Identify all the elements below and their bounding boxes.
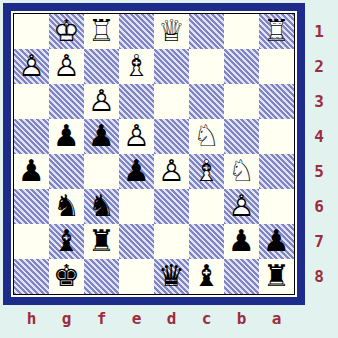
piece-white-bishop: ♗ (119, 49, 154, 84)
file-label-c: c (189, 305, 224, 333)
file-labels: hgfedcba (14, 305, 294, 333)
piece-black-rook: ♜ (84, 224, 119, 259)
square-a2[interactable] (259, 49, 294, 84)
square-a5[interactable] (259, 154, 294, 189)
square-g4[interactable]: ♟ (49, 119, 84, 154)
square-c5[interactable]: ♝♗ (189, 154, 224, 189)
square-f4[interactable]: ♟ (84, 119, 119, 154)
piece-white-rook: ♖ (84, 14, 119, 49)
square-d5[interactable]: ♟♙ (154, 154, 189, 189)
square-e4[interactable]: ♟♙ (119, 119, 154, 154)
piece-black-knight: ♞ (84, 189, 119, 224)
square-a1[interactable]: ♜♖ (259, 14, 294, 49)
square-e6[interactable] (119, 189, 154, 224)
square-b2[interactable] (224, 49, 259, 84)
rank-labels: 12345678 (305, 14, 333, 294)
rank-label-5: 5 (305, 154, 333, 189)
square-h8[interactable] (14, 259, 49, 294)
piece-white-pawn: ♙ (84, 84, 119, 119)
file-label-b: b (224, 305, 259, 333)
square-g3[interactable] (49, 84, 84, 119)
square-f1[interactable]: ♜♖ (84, 14, 119, 49)
file-label-d: d (154, 305, 189, 333)
rank-label-4: 4 (305, 119, 333, 154)
square-b7[interactable]: ♟ (224, 224, 259, 259)
square-d7[interactable] (154, 224, 189, 259)
square-c6[interactable] (189, 189, 224, 224)
square-c4[interactable]: ♞♘ (189, 119, 224, 154)
square-h4[interactable] (14, 119, 49, 154)
square-c2[interactable] (189, 49, 224, 84)
piece-black-pawn: ♟ (84, 119, 119, 154)
square-f3[interactable]: ♟♙ (84, 84, 119, 119)
rank-label-7: 7 (305, 224, 333, 259)
piece-black-king: ♚ (49, 259, 84, 294)
piece-black-queen: ♛ (154, 259, 189, 294)
square-d3[interactable] (154, 84, 189, 119)
square-b1[interactable] (224, 14, 259, 49)
square-h1[interactable] (14, 14, 49, 49)
square-d6[interactable] (154, 189, 189, 224)
square-a4[interactable] (259, 119, 294, 154)
square-e3[interactable] (119, 84, 154, 119)
file-label-g: g (49, 305, 84, 333)
file-label-f: f (84, 305, 119, 333)
piece-white-queen: ♕ (154, 14, 189, 49)
rank-label-6: 6 (305, 189, 333, 224)
square-f2[interactable] (84, 49, 119, 84)
piece-white-rook: ♖ (259, 14, 294, 49)
file-label-e: e (119, 305, 154, 333)
square-e2[interactable]: ♝♗ (119, 49, 154, 84)
piece-white-knight: ♘ (224, 154, 259, 189)
square-b8[interactable] (224, 259, 259, 294)
rank-label-1: 1 (305, 14, 333, 49)
square-b3[interactable] (224, 84, 259, 119)
piece-black-pawn: ♟ (119, 154, 154, 189)
square-f6[interactable]: ♞ (84, 189, 119, 224)
square-a6[interactable] (259, 189, 294, 224)
rank-label-8: 8 (305, 259, 333, 294)
piece-black-bishop: ♝ (49, 224, 84, 259)
square-e5[interactable]: ♟ (119, 154, 154, 189)
piece-white-pawn: ♙ (14, 49, 49, 84)
piece-white-pawn: ♙ (224, 189, 259, 224)
square-c7[interactable] (189, 224, 224, 259)
square-g1[interactable]: ♚♔ (49, 14, 84, 49)
square-c1[interactable] (189, 14, 224, 49)
square-e8[interactable] (119, 259, 154, 294)
square-h2[interactable]: ♟♙ (14, 49, 49, 84)
square-h6[interactable] (14, 189, 49, 224)
square-d1[interactable]: ♛♕ (154, 14, 189, 49)
chess-board: ♚♔♜♖♛♕♜♖♟♙♟♙♝♗♟♙♟♟♟♙♞♘♟♟♟♙♝♗♞♘♞♞♟♙♝♜♟♟♚♛… (3, 3, 305, 305)
piece-white-bishop: ♗ (189, 154, 224, 189)
piece-white-knight: ♘ (189, 119, 224, 154)
piece-black-knight: ♞ (49, 189, 84, 224)
square-b4[interactable] (224, 119, 259, 154)
square-g7[interactable]: ♝ (49, 224, 84, 259)
piece-black-pawn: ♟ (224, 224, 259, 259)
square-e1[interactable] (119, 14, 154, 49)
piece-black-pawn: ♟ (49, 119, 84, 154)
square-a8[interactable]: ♜ (259, 259, 294, 294)
square-a3[interactable] (259, 84, 294, 119)
square-h3[interactable] (14, 84, 49, 119)
square-a7[interactable]: ♟ (259, 224, 294, 259)
square-g2[interactable]: ♟♙ (49, 49, 84, 84)
piece-black-rook: ♜ (259, 259, 294, 294)
square-b6[interactable]: ♟♙ (224, 189, 259, 224)
file-label-h: h (14, 305, 49, 333)
square-f7[interactable]: ♜ (84, 224, 119, 259)
square-b5[interactable]: ♞♘ (224, 154, 259, 189)
board-inner-frame: ♚♔♜♖♛♕♜♖♟♙♟♙♝♗♟♙♟♟♟♙♞♘♟♟♟♙♝♗♞♘♞♞♟♙♝♜♟♟♚♛… (11, 11, 297, 297)
square-g6[interactable]: ♞ (49, 189, 84, 224)
piece-white-pawn: ♙ (154, 154, 189, 189)
square-d2[interactable] (154, 49, 189, 84)
rank-label-2: 2 (305, 49, 333, 84)
square-g8[interactable]: ♚ (49, 259, 84, 294)
rank-label-3: 3 (305, 84, 333, 119)
piece-white-pawn: ♙ (49, 49, 84, 84)
square-h7[interactable] (14, 224, 49, 259)
square-f8[interactable] (84, 259, 119, 294)
board-grid: ♚♔♜♖♛♕♜♖♟♙♟♙♝♗♟♙♟♟♟♙♞♘♟♟♟♙♝♗♞♘♞♞♟♙♝♜♟♟♚♛… (13, 13, 295, 295)
piece-white-pawn: ♙ (119, 119, 154, 154)
square-f5[interactable] (84, 154, 119, 189)
piece-white-king: ♔ (49, 14, 84, 49)
square-h5[interactable]: ♟ (14, 154, 49, 189)
square-e7[interactable] (119, 224, 154, 259)
square-c8[interactable]: ♝ (189, 259, 224, 294)
piece-black-pawn: ♟ (14, 154, 49, 189)
square-d8[interactable]: ♛ (154, 259, 189, 294)
square-d4[interactable] (154, 119, 189, 154)
piece-black-pawn: ♟ (259, 224, 294, 259)
square-c3[interactable] (189, 84, 224, 119)
file-label-a: a (259, 305, 294, 333)
square-g5[interactable] (49, 154, 84, 189)
piece-black-bishop: ♝ (189, 259, 224, 294)
